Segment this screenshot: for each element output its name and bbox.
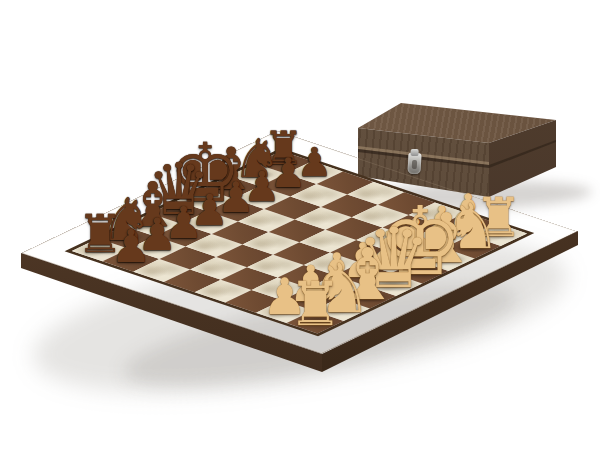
- piece-white-rook-a1: ♜: [288, 274, 342, 334]
- chess-set-photo: ♜♞♝♛♚♝♞♜♟♟♟♟♟♟♟♟♟♟♟♟♟♟♟♟♜♞♝♛♚♝♞♜: [0, 0, 600, 450]
- piece-black-pawn-a7: ♟: [111, 225, 152, 271]
- pieces-layer: ♜♞♝♛♚♝♞♜♟♟♟♟♟♟♟♟♟♟♟♟♟♟♟♟♜♞♝♛♚♝♞♜: [0, 0, 600, 450]
